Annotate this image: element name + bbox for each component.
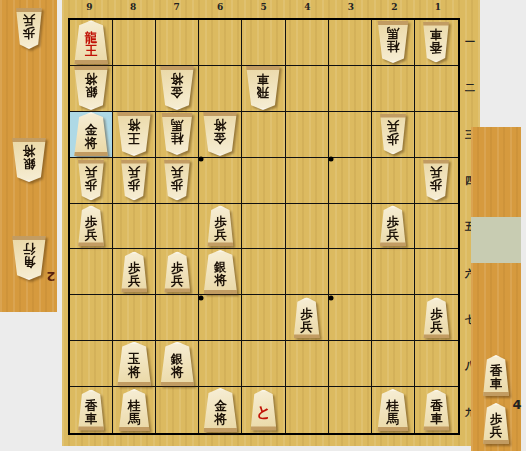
board-square-3四[interactable] <box>329 158 372 204</box>
piece-kanji: 王 <box>128 133 141 146</box>
board-square-2五[interactable]: 歩兵 <box>372 204 415 250</box>
piece-kanji: と <box>256 404 271 420</box>
board-square-8五[interactable] <box>113 204 156 250</box>
board-square-4一[interactable] <box>286 20 329 66</box>
board-square-7八[interactable]: 銀将 <box>156 341 199 387</box>
piece-kanji: 将 <box>214 273 227 286</box>
shogi-piece-P[interactable]: 歩兵 <box>293 297 320 338</box>
piece-kanji: 車 <box>85 412 98 425</box>
rank-label-一: 一 <box>464 35 476 49</box>
shogi-piece-b[interactable]: 角行 <box>11 236 46 280</box>
hand-count: 4 <box>512 397 521 412</box>
board-square-9九[interactable]: 香車 <box>70 387 113 433</box>
board-square-7五[interactable] <box>156 204 199 250</box>
sente-hand-P[interactable]: 歩兵4 <box>483 403 510 444</box>
shogi-piece-g[interactable]: 金将 <box>203 112 238 156</box>
shogi-piece-S[interactable]: 銀将 <box>203 250 238 294</box>
hoshi-dot <box>329 296 334 301</box>
board-square-6九[interactable]: 金将 <box>199 387 242 433</box>
piece-kanji: 桂 <box>387 399 400 412</box>
piece-kanji: 兵 <box>128 166 141 179</box>
piece-kanji: 金 <box>214 133 227 146</box>
piece-kanji: 兵 <box>300 319 313 332</box>
board-square-7二[interactable]: 金将 <box>156 66 199 112</box>
board-square-7四[interactable]: 歩兵 <box>156 158 199 204</box>
piece-kanji: 将 <box>85 74 98 87</box>
piece-kanji: 将 <box>128 365 141 378</box>
board-square-8二[interactable] <box>113 66 156 112</box>
piece-kanji: 将 <box>171 74 184 87</box>
shogi-piece-L[interactable]: 香車 <box>483 355 510 396</box>
shogi-piece-p[interactable]: 歩兵 <box>423 160 450 201</box>
board-square-7一[interactable] <box>156 20 199 66</box>
sente-hand-L[interactable]: 香車 <box>483 355 510 396</box>
board-square-1六[interactable] <box>415 249 458 295</box>
board-square-1三[interactable] <box>415 112 458 158</box>
board-square-4三[interactable] <box>286 112 329 158</box>
board-square-6三[interactable]: 金将 <box>199 112 242 158</box>
piece-kanji: 歩 <box>85 179 98 192</box>
piece-kanji: 将 <box>22 146 35 159</box>
board-square-2三[interactable]: 歩兵 <box>372 112 415 158</box>
shogi-piece-k[interactable]: 王将 <box>117 112 152 156</box>
shogi-piece-p[interactable]: 歩兵 <box>164 160 191 201</box>
piece-kanji: 銀 <box>214 260 227 273</box>
board-square-3三[interactable] <box>329 112 372 158</box>
piece-kanji: 将 <box>214 120 227 133</box>
piece-kanji: 馬 <box>387 412 400 425</box>
piece-kanji: 兵 <box>490 425 503 438</box>
gote-hand-s[interactable]: 銀将 <box>11 138 46 182</box>
piece-kanji: 兵 <box>85 227 98 240</box>
piece-kanji: 銀 <box>22 159 35 172</box>
piece-kanji: 金 <box>171 87 184 100</box>
shogi-piece-s[interactable]: 銀将 <box>11 138 46 182</box>
shogi-piece-p[interactable]: 歩兵 <box>78 160 105 201</box>
board-square-6二[interactable] <box>199 66 242 112</box>
board-square-7七[interactable] <box>156 295 199 341</box>
piece-kanji: 車 <box>430 412 443 425</box>
board-square-9五[interactable]: 歩兵 <box>70 204 113 250</box>
shogi-app: { "game": "shogi", "position": { "sfen":… <box>0 0 526 451</box>
shogi-piece-G[interactable]: 金将 <box>203 388 238 432</box>
board-square-4四[interactable] <box>286 158 329 204</box>
piece-kanji: 将 <box>171 365 184 378</box>
board-square-5六[interactable] <box>242 249 285 295</box>
board-square-4九[interactable] <box>286 387 329 433</box>
board-square-4五[interactable] <box>286 204 329 250</box>
piece-kanji: 馬 <box>387 28 400 41</box>
board-square-7九[interactable] <box>156 387 199 433</box>
board-square-5二[interactable]: 飛車 <box>242 66 285 112</box>
board-square-1四[interactable]: 歩兵 <box>415 158 458 204</box>
piece-kanji: 車 <box>430 28 443 41</box>
shogi-piece-S[interactable]: 銀将 <box>160 342 195 386</box>
shogi-piece-promoted-P[interactable]: と <box>250 390 277 431</box>
board-square-5九[interactable]: と <box>242 387 285 433</box>
piece-kanji: 将 <box>128 120 141 133</box>
board-square-3二[interactable] <box>329 66 372 112</box>
board-square-9三[interactable]: 金将 <box>70 112 113 158</box>
board-square-9二[interactable]: 銀将 <box>70 66 113 112</box>
shogi-piece-P[interactable]: 歩兵 <box>121 251 148 292</box>
board-square-5八[interactable] <box>242 341 285 387</box>
sente-captured-stand: 香車歩兵4 <box>471 127 521 451</box>
board-square-5四[interactable] <box>242 158 285 204</box>
shogi-piece-L[interactable]: 香車 <box>423 390 450 431</box>
board-square-9一[interactable]: 龍王 <box>70 20 113 66</box>
piece-kanji: 兵 <box>214 227 227 240</box>
board-square-7六[interactable]: 歩兵 <box>156 249 199 295</box>
board-square-4七[interactable]: 歩兵 <box>286 295 329 341</box>
board-square-1九[interactable]: 香車 <box>415 387 458 433</box>
piece-kanji: 龍 <box>85 31 98 44</box>
shogi-piece-P[interactable]: 歩兵 <box>207 205 234 246</box>
file-label-8: 8 <box>112 2 155 12</box>
piece-kanji: 歩 <box>430 179 443 192</box>
piece-kanji: 角 <box>22 257 35 270</box>
piece-kanji: 将 <box>214 412 227 425</box>
piece-kanji: 桂 <box>171 133 184 146</box>
board-square-1七[interactable]: 歩兵 <box>415 295 458 341</box>
board-square-1八[interactable] <box>415 341 458 387</box>
piece-kanji: 銀 <box>85 87 98 100</box>
piece-kanji: 兵 <box>22 14 35 27</box>
board-square-8七[interactable] <box>113 295 156 341</box>
shogi-piece-P[interactable]: 歩兵 <box>78 205 105 246</box>
shogi-piece-P[interactable]: 歩兵 <box>423 297 450 338</box>
board-square-6一[interactable] <box>199 20 242 66</box>
piece-kanji: 兵 <box>430 166 443 179</box>
rank-label-二: 二 <box>464 81 476 95</box>
shogi-piece-r[interactable]: 飛車 <box>246 66 281 110</box>
gote-captured-stand: 歩兵銀将角行2 <box>0 0 57 312</box>
hoshi-dot <box>198 157 203 162</box>
board-square-9六[interactable] <box>70 249 113 295</box>
board-square-2八[interactable] <box>372 341 415 387</box>
piece-kanji: 歩 <box>387 133 400 146</box>
file-label-5: 5 <box>242 2 285 12</box>
piece-kanji: 金 <box>85 123 98 136</box>
board-square-4六[interactable] <box>286 249 329 295</box>
piece-kanji: 車 <box>257 74 270 87</box>
board-square-2六[interactable] <box>372 249 415 295</box>
shogi-piece-g[interactable]: 金将 <box>160 66 195 110</box>
piece-kanji: 兵 <box>387 227 400 240</box>
piece-kanji: 歩 <box>171 179 184 192</box>
piece-kanji: 飛 <box>257 87 270 100</box>
piece-kanji: 桂 <box>387 41 400 54</box>
board-square-4二[interactable] <box>286 66 329 112</box>
piece-kanji: 兵 <box>430 319 443 332</box>
board-square-3六[interactable] <box>329 249 372 295</box>
board-square-8三[interactable]: 王将 <box>113 112 156 158</box>
board-grid: 龍王桂馬香車銀将金将飛車金将王将桂馬金将歩兵歩兵歩兵歩兵歩兵歩兵歩兵歩兵歩兵歩兵… <box>68 18 460 435</box>
board-square-3五[interactable] <box>329 204 372 250</box>
shogi-piece-P[interactable]: 歩兵 <box>164 251 191 292</box>
shogi-piece-P[interactable]: 歩兵 <box>483 403 510 444</box>
shogi-piece-N[interactable]: 桂馬 <box>377 389 409 431</box>
piece-kanji: 兵 <box>85 166 98 179</box>
board-square-9七[interactable] <box>70 295 113 341</box>
hand-count: 2 <box>47 269 56 284</box>
board-square-3八[interactable] <box>329 341 372 387</box>
file-label-4: 4 <box>286 2 329 12</box>
shogi-piece-l[interactable]: 香車 <box>423 22 450 63</box>
piece-kanji: 車 <box>490 377 503 390</box>
piece-kanji: 行 <box>22 244 35 257</box>
board-square-7三[interactable]: 桂馬 <box>156 112 199 158</box>
board-square-9四[interactable]: 歩兵 <box>70 158 113 204</box>
board-square-5一[interactable] <box>242 20 285 66</box>
piece-kanji: 将 <box>85 136 98 149</box>
board-square-8八[interactable]: 玉将 <box>113 341 156 387</box>
board-square-6五[interactable]: 歩兵 <box>199 204 242 250</box>
shogi-piece-s[interactable]: 銀将 <box>74 66 109 110</box>
board-square-1二[interactable] <box>415 66 458 112</box>
board-square-6四[interactable] <box>199 158 242 204</box>
board-square-8六[interactable]: 歩兵 <box>113 249 156 295</box>
board-square-6六[interactable]: 銀将 <box>199 249 242 295</box>
file-label-9: 9 <box>68 2 111 12</box>
board-square-3九[interactable] <box>329 387 372 433</box>
file-label-3: 3 <box>329 2 372 12</box>
piece-kanji: 王 <box>85 44 98 57</box>
board-square-2四[interactable] <box>372 158 415 204</box>
shogi-piece-p[interactable]: 歩兵 <box>379 114 406 155</box>
board-square-2九[interactable]: 桂馬 <box>372 387 415 433</box>
piece-kanji: 歩 <box>128 179 141 192</box>
shogi-piece-N[interactable]: 桂馬 <box>118 389 150 431</box>
board-square-1五[interactable] <box>415 204 458 250</box>
board-square-9八[interactable] <box>70 341 113 387</box>
gote-hand-p[interactable]: 歩兵 <box>15 8 42 49</box>
board-square-8一[interactable] <box>113 20 156 66</box>
board-square-4八[interactable] <box>286 341 329 387</box>
piece-kanji: 兵 <box>387 120 400 133</box>
board-square-5七[interactable] <box>242 295 285 341</box>
stand-slot-highlight <box>471 217 521 263</box>
piece-kanji: 兵 <box>171 166 184 179</box>
board-square-2七[interactable] <box>372 295 415 341</box>
file-label-7: 7 <box>155 2 198 12</box>
board-square-6七[interactable] <box>199 295 242 341</box>
shogi-piece-P[interactable]: 歩兵 <box>379 205 406 246</box>
piece-kanji: 金 <box>214 399 227 412</box>
board-square-8九[interactable]: 桂馬 <box>113 387 156 433</box>
piece-kanji: 馬 <box>171 120 184 133</box>
piece-kanji: 兵 <box>128 273 141 286</box>
board-square-2一[interactable]: 桂馬 <box>372 20 415 66</box>
shogi-piece-promoted-R[interactable]: 龍王 <box>74 20 109 64</box>
piece-kanji: 馬 <box>128 412 141 425</box>
piece-kanji: 兵 <box>171 273 184 286</box>
piece-kanji: 歩 <box>22 27 35 40</box>
shogi-piece-p[interactable]: 歩兵 <box>121 160 148 201</box>
board-square-2二[interactable] <box>372 66 415 112</box>
shogi-piece-L[interactable]: 香車 <box>78 390 105 431</box>
shogi-piece-n[interactable]: 桂馬 <box>161 113 193 155</box>
piece-kanji: 銀 <box>171 352 184 365</box>
shogi-piece-n[interactable]: 桂馬 <box>377 21 409 63</box>
file-label-2: 2 <box>373 2 416 12</box>
shogi-piece-p[interactable]: 歩兵 <box>15 8 42 49</box>
board-square-5三[interactable] <box>242 112 285 158</box>
file-label-6: 6 <box>199 2 242 12</box>
board-square-1一[interactable]: 香車 <box>415 20 458 66</box>
shogi-piece-G[interactable]: 金将 <box>74 112 109 156</box>
board-square-3一[interactable] <box>329 20 372 66</box>
shogi-board: 987654321 龍王桂馬香車銀将金将飛車金将王将桂馬金将歩兵歩兵歩兵歩兵歩兵… <box>62 0 480 446</box>
file-label-1: 1 <box>416 2 459 12</box>
piece-kanji: 玉 <box>128 352 141 365</box>
hoshi-dot <box>198 296 203 301</box>
board-square-3七[interactable] <box>329 295 372 341</box>
piece-kanji: 桂 <box>128 399 141 412</box>
shogi-piece-K[interactable]: 玉将 <box>117 342 152 386</box>
piece-kanji: 香 <box>430 41 443 54</box>
hoshi-dot <box>329 157 334 162</box>
board-square-8四[interactable]: 歩兵 <box>113 158 156 204</box>
gote-hand-b[interactable]: 角行2 <box>11 236 46 280</box>
board-square-5五[interactable] <box>242 204 285 250</box>
board-square-6八[interactable] <box>199 341 242 387</box>
